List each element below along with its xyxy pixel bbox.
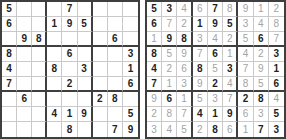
puzzle-cell-r8c1: [2, 107, 17, 122]
solution-cell-r1c6: 8: [223, 2, 238, 17]
solution-cell-r3c4: 3: [193, 32, 208, 47]
solution-cell-r9c9: 3: [269, 122, 284, 137]
puzzle-cell-r4c7: [93, 47, 108, 62]
puzzle-cell-r7c6: [78, 92, 93, 107]
puzzle-cell-r2c8: [108, 17, 123, 32]
puzzle-cell-r1c5: 7: [62, 2, 77, 17]
solution-cell-r8c5: 1: [208, 107, 223, 122]
solution-cell-r1c5: 7: [208, 2, 223, 17]
puzzle-cell-r4c8: [108, 47, 123, 62]
puzzle-cell-r3c7: [93, 32, 108, 47]
puzzle-cell-r7c5: [62, 92, 77, 107]
solution-cell-r6c3: 3: [177, 77, 192, 92]
puzzle-cell-r7c9: [123, 92, 138, 107]
puzzle-cell-r5c7: [93, 62, 108, 77]
solution-cell-r5c5: 5: [208, 62, 223, 77]
puzzle-cell-r9c3: [32, 122, 47, 137]
puzzle-board: 57619598686348317266284195879: [0, 0, 140, 139]
puzzle-cell-r6c6: [78, 77, 93, 92]
puzzle-cell-r5c6: 3: [78, 62, 93, 77]
puzzle-cell-r1c2: [17, 2, 32, 17]
puzzle-cell-r7c4: [47, 92, 62, 107]
puzzle-cell-r4c5: 6: [62, 47, 77, 62]
puzzle-cell-r8c4: 4: [47, 107, 62, 122]
solution-cell-r4c7: 4: [238, 47, 253, 62]
puzzle-cell-r8c2: [17, 107, 32, 122]
puzzle-cell-r1c6: [78, 2, 93, 17]
solution-cell-r9c1: 3: [147, 122, 162, 137]
puzzle-cell-r4c9: 3: [123, 47, 138, 62]
solution-cell-r4c4: 7: [193, 47, 208, 62]
puzzle-cell-r4c4: [47, 47, 62, 62]
puzzle-cell-r6c1: 7: [2, 77, 17, 92]
puzzle-cell-r2c5: 9: [62, 17, 77, 32]
solution-cell-r6c6: 4: [223, 77, 238, 92]
solution-cell-r3c2: 9: [162, 32, 177, 47]
solution-cell-r3c3: 8: [177, 32, 192, 47]
solution-cell-r4c9: 3: [269, 47, 284, 62]
puzzle-cell-r4c1: 8: [2, 47, 17, 62]
solution-cell-r4c5: 6: [208, 47, 223, 62]
puzzle-cell-r3c1: [2, 32, 17, 47]
puzzle-cell-r2c1: 6: [2, 17, 17, 32]
puzzle-cell-r8c8: [108, 107, 123, 122]
solution-cell-r1c8: 1: [254, 2, 269, 17]
solution-cell-r9c2: 4: [162, 122, 177, 137]
puzzle-cell-r9c7: [93, 122, 108, 137]
puzzle-cell-r7c8: 8: [108, 92, 123, 107]
puzzle-cell-r2c3: [32, 17, 47, 32]
puzzle-cell-r9c1: [2, 122, 17, 137]
solution-cell-r1c9: 2: [269, 2, 284, 17]
puzzle-cell-r6c8: [108, 77, 123, 92]
puzzle-cell-r2c9: [123, 17, 138, 32]
puzzle-cell-r3c4: [47, 32, 62, 47]
solution-cell-r2c5: 9: [208, 17, 223, 32]
puzzle-cell-r6c2: [17, 77, 32, 92]
solution-cell-r3c5: 4: [208, 32, 223, 47]
solution-cell-r8c9: 5: [269, 107, 284, 122]
puzzle-cell-r5c1: 4: [2, 62, 17, 77]
solution-cell-r4c8: 2: [254, 47, 269, 62]
puzzle-cell-r9c5: 8: [62, 122, 77, 137]
solution-cell-r8c7: 6: [238, 107, 253, 122]
puzzle-cell-r3c5: [62, 32, 77, 47]
solution-cell-r8c2: 8: [162, 107, 177, 122]
solution-cell-r6c7: 8: [238, 77, 253, 92]
solution-cell-r7c9: 4: [269, 92, 284, 107]
puzzle-cell-r3c8: 6: [108, 32, 123, 47]
solution-cell-r8c8: 3: [254, 107, 269, 122]
puzzle-cell-r5c2: [17, 62, 32, 77]
solution-cell-r8c3: 7: [177, 107, 192, 122]
solution-cell-r7c6: 7: [223, 92, 238, 107]
solution-cell-r5c2: 2: [162, 62, 177, 77]
puzzle-cell-r1c3: [32, 2, 47, 17]
puzzle-cell-r1c8: [108, 2, 123, 17]
solution-cell-r9c7: 1: [238, 122, 253, 137]
solution-cell-r3c6: 2: [223, 32, 238, 47]
puzzle-cell-r1c9: [123, 2, 138, 17]
puzzle-cell-r1c1: 5: [2, 2, 17, 17]
solution-cell-r7c8: 8: [254, 92, 269, 107]
solution-cell-r8c1: 2: [147, 107, 162, 122]
solution-cell-r6c4: 9: [193, 77, 208, 92]
puzzle-cell-r2c6: 5: [78, 17, 93, 32]
puzzle-cell-r8c7: [93, 107, 108, 122]
solution-cell-r6c5: 2: [208, 77, 223, 92]
solution-cell-r6c1: 7: [147, 77, 162, 92]
solution-cell-r5c7: 7: [238, 62, 253, 77]
solution-cell-r9c3: 5: [177, 122, 192, 137]
puzzle-cell-r7c2: 6: [17, 92, 32, 107]
solution-cell-r2c8: 4: [254, 17, 269, 32]
solution-cell-r8c4: 4: [193, 107, 208, 122]
solution-cell-r6c9: 6: [269, 77, 284, 92]
solution-cell-r3c8: 6: [254, 32, 269, 47]
puzzle-cell-r6c4: [47, 77, 62, 92]
solution-cell-r1c2: 3: [162, 2, 177, 17]
puzzle-cell-r6c9: 6: [123, 77, 138, 92]
solution-cell-r2c9: 8: [269, 17, 284, 32]
solution-cell-r1c1: 5: [147, 2, 162, 17]
solution-cell-r2c6: 5: [223, 17, 238, 32]
puzzle-cell-r9c4: [47, 122, 62, 137]
solution-cell-r9c4: 2: [193, 122, 208, 137]
puzzle-cell-r2c2: [17, 17, 32, 32]
puzzle-cell-r6c7: [93, 77, 108, 92]
puzzle-cell-r8c3: [32, 107, 47, 122]
puzzle-cell-r7c7: 2: [93, 92, 108, 107]
solution-cell-r5c9: 1: [269, 62, 284, 77]
solution-cell-r1c3: 4: [177, 2, 192, 17]
puzzle-cell-r3c9: [123, 32, 138, 47]
solution-cell-r7c5: 3: [208, 92, 223, 107]
solution-cell-r5c4: 8: [193, 62, 208, 77]
puzzle-cell-r3c2: 9: [17, 32, 32, 47]
solution-cell-r3c7: 5: [238, 32, 253, 47]
solution-cell-r7c4: 5: [193, 92, 208, 107]
puzzle-cell-r8c6: 9: [78, 107, 93, 122]
sudoku-diagram: 57619598686348317266284195879 5346789126…: [0, 0, 286, 139]
solution-cell-r1c4: 6: [193, 2, 208, 17]
solution-cell-r5c6: 3: [223, 62, 238, 77]
solution-cell-r2c4: 1: [193, 17, 208, 32]
solution-cell-r2c2: 7: [162, 17, 177, 32]
solution-cell-r7c3: 1: [177, 92, 192, 107]
solution-cell-r5c8: 9: [254, 62, 269, 77]
puzzle-cell-r2c7: [93, 17, 108, 32]
solution-board: 5346789126721953481983425678597614234268…: [145, 0, 286, 139]
solution-cell-r9c8: 7: [254, 122, 269, 137]
solution-cell-r6c8: 5: [254, 77, 269, 92]
solution-cell-r7c1: 9: [147, 92, 162, 107]
solution-cell-r9c5: 8: [208, 122, 223, 137]
puzzle-cell-r6c3: [32, 77, 47, 92]
solution-cell-r5c3: 6: [177, 62, 192, 77]
puzzle-cell-r7c3: [32, 92, 47, 107]
solution-cell-r4c6: 1: [223, 47, 238, 62]
puzzle-cell-r5c4: 8: [47, 62, 62, 77]
puzzle-cell-r5c8: [108, 62, 123, 77]
solution-cell-r7c2: 6: [162, 92, 177, 107]
solution-cell-r7c7: 2: [238, 92, 253, 107]
puzzle-cell-r1c4: [47, 2, 62, 17]
puzzle-cell-r4c2: [17, 47, 32, 62]
puzzle-cell-r5c3: [32, 62, 47, 77]
puzzle-cell-r8c9: 5: [123, 107, 138, 122]
puzzle-cell-r5c9: 1: [123, 62, 138, 77]
solution-cell-r3c9: 7: [269, 32, 284, 47]
puzzle-cell-r4c3: [32, 47, 47, 62]
solution-cell-r2c7: 3: [238, 17, 253, 32]
puzzle-cell-r5c5: [62, 62, 77, 77]
solution-cell-r5c1: 4: [147, 62, 162, 77]
puzzle-cell-r2c4: 1: [47, 17, 62, 32]
solution-cell-r2c3: 2: [177, 17, 192, 32]
puzzle-cell-r3c6: [78, 32, 93, 47]
solution-cell-r8c6: 9: [223, 107, 238, 122]
puzzle-cell-r6c5: 2: [62, 77, 77, 92]
solution-cell-r6c2: 1: [162, 77, 177, 92]
puzzle-cell-r1c7: [93, 2, 108, 17]
solution-cell-r2c1: 6: [147, 17, 162, 32]
solution-cell-r4c3: 9: [177, 47, 192, 62]
solution-cell-r9c6: 6: [223, 122, 238, 137]
solution-cell-r4c1: 8: [147, 47, 162, 62]
puzzle-cell-r9c8: 7: [108, 122, 123, 137]
solution-cell-r3c1: 1: [147, 32, 162, 47]
puzzle-cell-r9c9: 9: [123, 122, 138, 137]
puzzle-cell-r9c2: [17, 122, 32, 137]
puzzle-cell-r3c3: 8: [32, 32, 47, 47]
puzzle-cell-r4c6: [78, 47, 93, 62]
puzzle-cell-r9c6: [78, 122, 93, 137]
solution-cell-r1c7: 9: [238, 2, 253, 17]
puzzle-cell-r7c1: [2, 92, 17, 107]
puzzle-cell-r8c5: 1: [62, 107, 77, 122]
solution-cell-r4c2: 5: [162, 47, 177, 62]
